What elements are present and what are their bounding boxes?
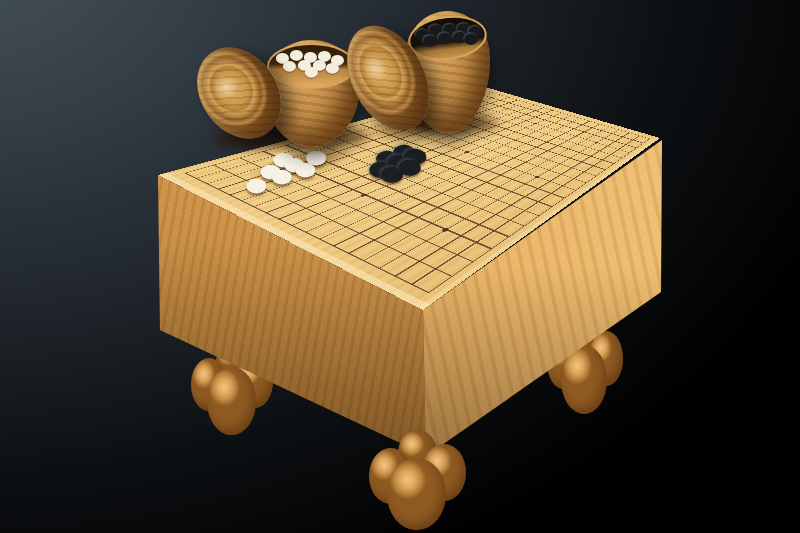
bowl-stone: ● [282, 59, 297, 73]
leg-lobe [207, 367, 256, 435]
goban-product-photo: ●●●●●●●●●●●●●● ●●●●●●●●●● ●●●●●●●●● [0, 0, 800, 533]
white-stone-heap: ●●●●●●●●●● [269, 45, 354, 87]
bowl-stone: ● [462, 30, 479, 47]
bowl-stone: ● [325, 61, 340, 75]
bowl-stone: ● [304, 65, 319, 79]
board-leg-front [369, 430, 466, 530]
black-stone-heap: ●●●●●●●●● [408, 14, 487, 63]
white-bowl-opening: ●●●●●●●●●● [267, 43, 356, 89]
leg-lobe [387, 458, 445, 530]
